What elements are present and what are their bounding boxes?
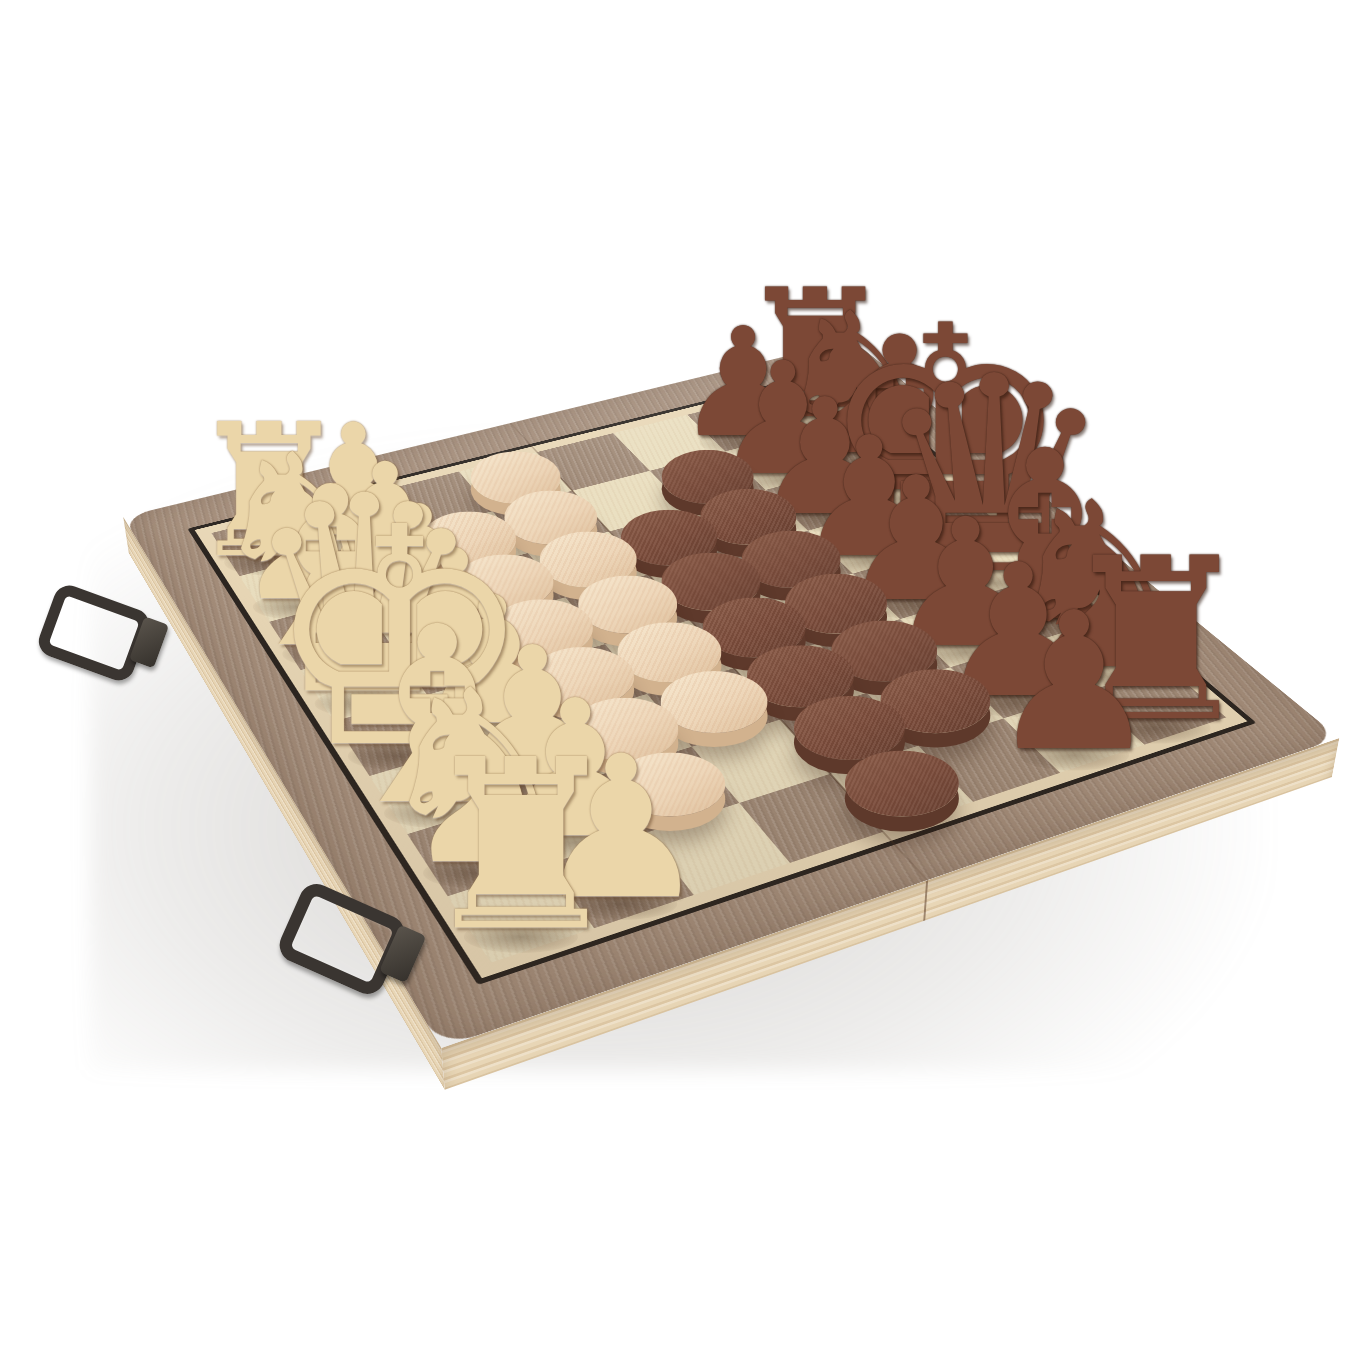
- board-grid: [211, 379, 1226, 962]
- square-f6[interactable]: [818, 619, 950, 693]
- square-e1[interactable]: [334, 695, 465, 776]
- scene: [0, 0, 1372, 1372]
- square-g2[interactable]: [505, 775, 645, 864]
- square-g7[interactable]: [950, 642, 1086, 718]
- square-g6[interactable]: [867, 667, 1004, 745]
- square-f5[interactable]: [734, 643, 867, 719]
- square-g8[interactable]: [1031, 618, 1166, 692]
- square-h5[interactable]: [830, 746, 973, 832]
- square-h1[interactable]: [448, 864, 594, 963]
- square-e2[interactable]: [427, 669, 557, 748]
- square-h8[interactable]: [1086, 666, 1226, 744]
- square-f2[interactable]: [465, 720, 600, 804]
- square-d1[interactable]: [301, 645, 427, 721]
- square-h4[interactable]: [739, 774, 883, 863]
- square-g3[interactable]: [600, 747, 739, 833]
- square-g1[interactable]: [407, 804, 548, 896]
- product-photo-stage: ♜♟♞♟♝♟♚♟♟♜♛♟♟♞♝♟♟♝♞♟♟♛♜♟♟♚♟♝♟♞♟♜: [0, 0, 1372, 1372]
- square-f3[interactable]: [557, 694, 691, 775]
- square-h6[interactable]: [918, 718, 1060, 801]
- square-h3[interactable]: [645, 803, 790, 895]
- square-f4[interactable]: [647, 668, 781, 747]
- square-h7[interactable]: [1004, 692, 1145, 773]
- square-f1[interactable]: [369, 748, 505, 834]
- square-g4[interactable]: [692, 719, 830, 803]
- square-e3[interactable]: [517, 644, 647, 720]
- square-e4[interactable]: [605, 620, 734, 694]
- square-d2[interactable]: [391, 621, 517, 695]
- square-h2[interactable]: [548, 833, 694, 928]
- square-g5[interactable]: [781, 693, 919, 774]
- fold-seam-edge: [923, 880, 928, 921]
- pinstripe-border: [187, 368, 1256, 985]
